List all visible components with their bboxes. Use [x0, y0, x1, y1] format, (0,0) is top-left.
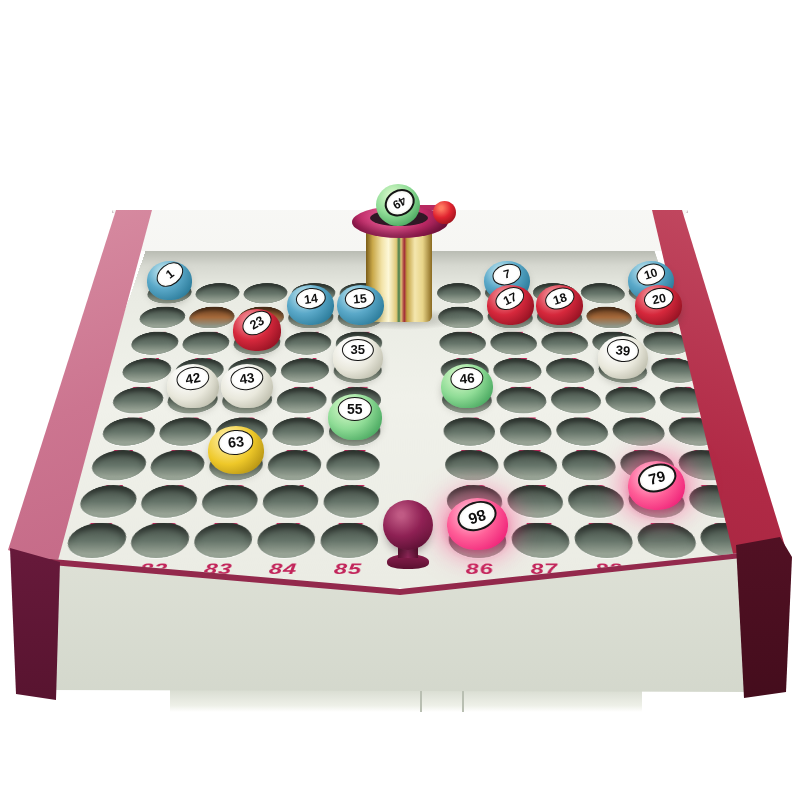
ball-number-badge: 14: [294, 285, 327, 310]
ball-number-badge: 63: [217, 428, 255, 456]
ball-number-badge: 49: [380, 184, 420, 222]
hole-24[interactable]: [283, 332, 332, 355]
base-seam: [462, 690, 464, 712]
hole-3[interactable]: [242, 283, 289, 303]
ball-number-badge: 39: [606, 337, 640, 363]
ball-number-badge: 86: [454, 497, 501, 537]
ball-43[interactable]: 43: [221, 364, 273, 408]
hole-label-84: 84: [248, 562, 318, 577]
knob-ball: [383, 500, 433, 550]
hole-34[interactable]: [279, 358, 330, 383]
drawer-knob[interactable]: [380, 500, 436, 570]
hole-label-86: 86: [445, 562, 515, 577]
ball-20[interactable]: 20: [635, 285, 682, 325]
ball-42[interactable]: 42: [167, 364, 219, 408]
ball-79[interactable]: 79: [628, 461, 686, 510]
ball-18[interactable]: 18: [536, 285, 583, 325]
hole-75[interactable]: [322, 485, 379, 518]
bingo-table: 1234567891011121314151617181920212223242…: [0, 0, 800, 800]
ball-number-badge: 42: [174, 364, 211, 393]
ball-number-badge: 18: [542, 283, 577, 313]
ball-35[interactable]: 35: [333, 336, 383, 379]
hole-2[interactable]: [193, 283, 241, 303]
ball-number-badge: 55: [338, 397, 372, 421]
hole-54[interactable]: [271, 417, 325, 445]
ball-number-badge: 20: [641, 285, 675, 312]
hole-64[interactable]: [266, 450, 323, 480]
ball-number-badge: 46: [449, 366, 484, 392]
ball-number-badge: 79: [634, 460, 679, 497]
ball-14[interactable]: 14: [287, 285, 334, 325]
ball-23[interactable]: 23: [233, 309, 282, 350]
ball-63[interactable]: 63: [208, 426, 264, 473]
ball-number-badge: 35: [342, 339, 374, 362]
ball-46[interactable]: 46: [441, 364, 493, 408]
ball-55[interactable]: 55: [328, 394, 382, 440]
base-seam: [420, 690, 422, 712]
ball-1[interactable]: 1: [147, 261, 193, 300]
dispenser-next-ball[interactable]: 49: [376, 184, 420, 226]
base-drawer[interactable]: [170, 690, 642, 712]
ball-15[interactable]: 15: [337, 285, 384, 325]
dispenser-lever-knob[interactable]: [433, 201, 456, 224]
hole-65[interactable]: [325, 450, 380, 480]
hole-6[interactable]: [437, 283, 482, 303]
hole-85[interactable]: [319, 523, 378, 558]
hole-26[interactable]: [439, 332, 487, 355]
hole-44[interactable]: [275, 387, 327, 413]
ball-39[interactable]: 39: [598, 336, 648, 379]
ball-number-badge: 43: [229, 365, 265, 393]
hole-label-85: 85: [313, 562, 383, 577]
ball-number-badge: 15: [344, 286, 376, 310]
hole-9[interactable]: [579, 283, 628, 303]
ball-17[interactable]: 17: [487, 285, 534, 325]
ball-86[interactable]: 86: [447, 498, 507, 549]
